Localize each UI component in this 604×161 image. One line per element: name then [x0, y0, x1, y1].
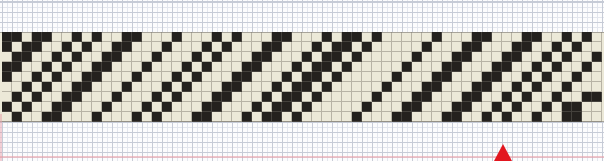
- pattern-cell: [82, 72, 92, 82]
- pattern-cell: [342, 92, 352, 102]
- pattern-cell: [332, 92, 342, 102]
- pattern-cell: [2, 72, 12, 82]
- pattern-cell: [362, 42, 372, 52]
- pattern-cell: [402, 112, 412, 122]
- pattern-cell: [592, 82, 602, 92]
- pattern-cell: [572, 42, 582, 52]
- pattern-cell: [332, 112, 342, 122]
- pattern-cell: [352, 92, 362, 102]
- pattern-cell: [392, 112, 402, 122]
- pattern-cell: [442, 92, 452, 102]
- pattern-cell: [112, 72, 122, 82]
- pattern-cell: [112, 92, 122, 102]
- pattern-cell: [472, 72, 482, 82]
- pattern-cell: [452, 62, 462, 72]
- pattern-cell: [302, 42, 312, 52]
- pattern-cell: [512, 52, 522, 62]
- pattern-cell: [442, 52, 452, 62]
- pattern-cell: [522, 102, 532, 112]
- pattern-cell: [272, 92, 282, 102]
- pattern-cell: [442, 112, 452, 122]
- pattern-cell: [362, 72, 372, 82]
- pattern-sheet: [0, 0, 604, 161]
- pattern-cell: [242, 52, 252, 62]
- pattern-cell: [552, 32, 562, 42]
- pattern-cell: [182, 102, 192, 112]
- pattern-cell: [142, 42, 152, 52]
- pattern-cell: [92, 42, 102, 52]
- pattern-cell: [282, 82, 292, 92]
- pattern-cell: [412, 72, 422, 82]
- pattern-cell: [342, 32, 352, 42]
- pattern-cell: [212, 52, 222, 62]
- pattern-cell: [382, 102, 392, 112]
- pattern-cell: [52, 92, 62, 102]
- pattern-cell: [122, 82, 132, 92]
- pattern-cell: [252, 102, 262, 112]
- pattern-cell: [252, 72, 262, 82]
- pattern-cell: [152, 92, 162, 102]
- pattern-cell: [422, 72, 432, 82]
- pattern-cell: [322, 92, 332, 102]
- pattern-cell: [302, 102, 312, 112]
- pattern-cell: [312, 72, 322, 82]
- pattern-cell: [222, 92, 232, 102]
- pattern-cell: [222, 82, 232, 92]
- pattern-cell: [32, 42, 42, 52]
- pattern-cell: [382, 32, 392, 42]
- pattern-cell: [282, 52, 292, 62]
- pattern-cell: [192, 82, 202, 92]
- pattern-cell: [372, 92, 382, 102]
- pattern-cell: [212, 92, 222, 102]
- pattern-cell: [462, 62, 472, 72]
- pattern-cell: [322, 52, 332, 62]
- pattern-cell: [462, 32, 472, 42]
- pattern-cell: [452, 92, 462, 102]
- pattern-cell: [102, 32, 112, 42]
- pattern-cell: [522, 112, 532, 122]
- pattern-cell: [592, 102, 602, 112]
- pattern-cell: [482, 102, 492, 112]
- pattern-cell: [432, 102, 442, 112]
- pattern-cell: [202, 102, 212, 112]
- pattern-cell: [312, 32, 322, 42]
- pattern-cell: [12, 52, 22, 62]
- pattern-cell: [132, 32, 142, 42]
- pattern-cell: [132, 82, 142, 92]
- pattern-cell: [172, 62, 182, 72]
- pattern-cell: [52, 102, 62, 112]
- pattern-cell: [252, 112, 262, 122]
- pattern-cell: [412, 82, 422, 92]
- pattern-cell: [232, 62, 242, 72]
- pattern-cell: [102, 82, 112, 92]
- pattern-cell: [102, 52, 112, 62]
- pattern-cell: [502, 42, 512, 52]
- pattern-cell: [102, 102, 112, 112]
- pattern-cell: [492, 82, 502, 92]
- pattern-cell: [352, 32, 362, 42]
- pattern-cell: [382, 92, 392, 102]
- pattern-cell: [452, 102, 462, 112]
- pattern-cell: [162, 112, 172, 122]
- pattern-cell: [2, 62, 12, 72]
- pattern-cell: [412, 52, 422, 62]
- pattern-cell: [282, 102, 292, 112]
- pattern-cell: [42, 82, 52, 92]
- pattern-cell: [322, 82, 332, 92]
- pattern-cell: [402, 62, 412, 72]
- pattern-cell: [52, 72, 62, 82]
- pattern-cell: [522, 42, 532, 52]
- pattern-cell: [12, 42, 22, 52]
- pattern-cell: [22, 92, 32, 102]
- pattern-cell: [492, 62, 502, 72]
- pattern-cell: [162, 42, 172, 52]
- pattern-cell: [162, 62, 172, 72]
- pattern-cell: [422, 42, 432, 52]
- pattern-cell: [572, 32, 582, 42]
- pattern-cell: [532, 82, 542, 92]
- pattern-cell: [352, 52, 362, 62]
- pattern-cell: [412, 42, 422, 52]
- pattern-cell: [42, 72, 52, 82]
- pattern-cell: [572, 62, 582, 72]
- pattern-cell: [322, 32, 332, 42]
- pattern-cell: [62, 62, 72, 72]
- pattern-cell: [202, 72, 212, 82]
- pattern-cell: [22, 62, 32, 72]
- pattern-cell: [502, 112, 512, 122]
- pattern-cell: [172, 102, 182, 112]
- pattern-cell: [252, 82, 262, 92]
- pattern-cell: [142, 72, 152, 82]
- pattern-cell: [462, 102, 472, 112]
- pattern-cell: [172, 42, 182, 52]
- pattern-cell: [152, 82, 162, 92]
- pattern-cell: [192, 32, 202, 42]
- pattern-cell: [422, 102, 432, 112]
- pattern-cell: [472, 92, 482, 102]
- pattern-cell: [42, 32, 52, 42]
- pattern-cell: [152, 72, 162, 82]
- pattern-cell: [22, 32, 32, 42]
- pattern-cell: [122, 52, 132, 62]
- pattern-cell: [522, 92, 532, 102]
- pattern-cell: [322, 112, 332, 122]
- pattern-cell: [552, 112, 562, 122]
- pattern-cell: [372, 102, 382, 112]
- pattern-cell: [262, 42, 272, 52]
- pattern-cell: [482, 62, 492, 72]
- pattern-cell: [312, 112, 322, 122]
- pattern-cell: [412, 32, 422, 42]
- pattern-cell: [362, 62, 372, 72]
- pattern-cell: [572, 52, 582, 62]
- pattern-cell: [312, 42, 322, 52]
- pattern-cell: [492, 92, 502, 102]
- pattern-cell: [242, 42, 252, 52]
- pattern-cell: [202, 52, 212, 62]
- pattern-cell: [462, 52, 472, 62]
- pattern-cell: [52, 112, 62, 122]
- pattern-cell: [42, 112, 52, 122]
- pattern-cell: [252, 92, 262, 102]
- pattern-cell: [442, 82, 452, 92]
- pattern-cell: [402, 42, 412, 52]
- pattern-cell: [402, 52, 412, 62]
- pattern-cell: [402, 92, 412, 102]
- pattern-cell: [32, 102, 42, 112]
- pattern-cell: [162, 102, 172, 112]
- pattern-cell: [242, 62, 252, 72]
- pattern-cell: [532, 32, 542, 42]
- pattern-cell: [342, 62, 352, 72]
- pattern-cell: [592, 32, 602, 42]
- pattern-cell: [132, 92, 142, 102]
- pattern-cell: [2, 42, 12, 52]
- pattern-cell: [202, 42, 212, 52]
- pattern-cell: [132, 52, 142, 62]
- pattern-cell: [362, 112, 372, 122]
- pattern-cell: [302, 52, 312, 62]
- pattern-cell: [82, 92, 92, 102]
- pattern-cell: [362, 52, 372, 62]
- pattern-cell: [192, 92, 202, 102]
- pattern-cell: [22, 42, 32, 52]
- pattern-cell: [272, 82, 282, 92]
- scan-artifact-bottom-line: [0, 156, 604, 158]
- pattern-cell: [182, 82, 192, 92]
- pattern-cell: [422, 82, 432, 92]
- pattern-cell: [322, 62, 332, 72]
- pattern-cell: [262, 82, 272, 92]
- pattern-cell: [382, 112, 392, 122]
- pattern-cell: [442, 32, 452, 42]
- pattern-cell: [32, 82, 42, 92]
- pattern-cell: [432, 72, 442, 82]
- pattern-cell: [262, 102, 272, 112]
- pattern-cell: [552, 72, 562, 82]
- pattern-cell: [562, 82, 572, 92]
- pattern-cell: [272, 52, 282, 62]
- pattern-cell: [272, 112, 282, 122]
- pattern-cell: [492, 112, 502, 122]
- pattern-cell: [302, 92, 312, 102]
- pattern-cell: [32, 52, 42, 62]
- pattern-cell: [232, 112, 242, 122]
- pattern-cell: [582, 52, 592, 62]
- pattern-cell: [432, 82, 442, 92]
- pattern-cell: [122, 102, 132, 112]
- pattern-cell: [562, 72, 572, 82]
- pattern-cell: [32, 62, 42, 72]
- pattern-cell: [182, 42, 192, 52]
- pattern-cell: [82, 82, 92, 92]
- pattern-cell: [432, 62, 442, 72]
- pattern-cell: [322, 102, 332, 112]
- pattern-cell: [2, 52, 12, 62]
- pattern-cell: [242, 92, 252, 102]
- pattern-cell: [182, 72, 192, 82]
- pattern-cell: [462, 72, 472, 82]
- pattern-cell: [292, 82, 302, 92]
- pattern-cell: [592, 72, 602, 82]
- pattern-cell: [192, 42, 202, 52]
- pattern-cell: [532, 42, 542, 52]
- pattern-cell: [102, 42, 112, 52]
- pattern-cell: [372, 112, 382, 122]
- pattern-cell: [462, 82, 472, 92]
- pattern-cell: [542, 102, 552, 112]
- pattern-cell: [412, 92, 422, 102]
- pattern-cell: [372, 42, 382, 52]
- pattern-cell: [252, 62, 262, 72]
- pattern-cell: [202, 62, 212, 72]
- pattern-cell: [32, 92, 42, 102]
- pattern-cell: [452, 32, 462, 42]
- pattern-cell: [522, 62, 532, 72]
- pattern-cell: [222, 42, 232, 52]
- pattern-cell: [2, 32, 12, 42]
- pattern-cell: [222, 62, 232, 72]
- pattern-cell: [122, 32, 132, 42]
- pattern-cell: [92, 102, 102, 112]
- pattern-cell: [312, 52, 322, 62]
- pattern-cell: [82, 112, 92, 122]
- pattern-cell: [102, 112, 112, 122]
- pattern-cell: [172, 92, 182, 102]
- pattern-cell: [332, 82, 342, 92]
- pattern-cell: [332, 72, 342, 82]
- pattern-cell: [132, 42, 142, 52]
- pattern-cell: [72, 52, 82, 62]
- pattern-cell: [122, 62, 132, 72]
- pattern-cell: [422, 92, 432, 102]
- pattern-cell: [472, 32, 482, 42]
- pattern-cell: [352, 112, 362, 122]
- pattern-cell: [232, 82, 242, 92]
- pattern-cell: [262, 92, 272, 102]
- pattern-cell: [292, 42, 302, 52]
- pattern-cell: [152, 52, 162, 62]
- pattern-cell: [512, 72, 522, 82]
- pattern-cell: [2, 92, 12, 102]
- pattern-cell: [472, 102, 482, 112]
- pattern-cell: [562, 102, 572, 112]
- pattern-cell: [332, 42, 342, 52]
- pattern-cell: [582, 112, 592, 122]
- pattern-cell: [122, 112, 132, 122]
- pattern-cell: [142, 52, 152, 62]
- scan-artifact-left-edge: [0, 114, 2, 161]
- pattern-cell: [462, 42, 472, 52]
- pattern-cell: [52, 32, 62, 42]
- pattern-cell: [362, 32, 372, 42]
- pattern-cell: [452, 82, 462, 92]
- pattern-cell: [592, 62, 602, 72]
- pattern-cell: [312, 62, 322, 72]
- pattern-cell: [472, 42, 482, 52]
- pattern-cell: [32, 32, 42, 42]
- pattern-cell: [52, 82, 62, 92]
- pattern-cell: [32, 72, 42, 82]
- pattern-cell: [112, 112, 122, 122]
- pattern-cell: [282, 112, 292, 122]
- pattern-cell: [242, 82, 252, 92]
- pattern-cell: [502, 82, 512, 92]
- pattern-cell: [212, 42, 222, 52]
- pattern-cell: [552, 102, 562, 112]
- pattern-cell: [252, 32, 262, 42]
- pattern-cell: [482, 112, 492, 122]
- pattern-cell: [42, 52, 52, 62]
- pattern-cell: [402, 82, 412, 92]
- pattern-cell: [222, 102, 232, 112]
- pattern-cell: [22, 112, 32, 122]
- pattern-cell: [502, 62, 512, 72]
- pattern-cell: [402, 32, 412, 42]
- pattern-cell: [532, 52, 542, 62]
- pattern-cell: [222, 52, 232, 62]
- pattern-cell: [342, 112, 352, 122]
- pattern-cell: [582, 42, 592, 52]
- position-marker-triangle-icon: [494, 144, 512, 161]
- pattern-cell: [542, 72, 552, 82]
- pattern-cell: [62, 52, 72, 62]
- pattern-cell: [202, 32, 212, 42]
- pattern-cell: [492, 52, 502, 62]
- pattern-cell: [482, 82, 492, 92]
- pattern-cell: [62, 82, 72, 92]
- pattern-cell: [282, 92, 292, 102]
- pattern-cell: [12, 112, 22, 122]
- pattern-cell: [472, 112, 482, 122]
- pattern-cell: [372, 82, 382, 92]
- pattern-cell: [382, 62, 392, 72]
- pattern-cell: [492, 72, 502, 82]
- pattern-cell: [412, 112, 422, 122]
- pattern-cell: [72, 82, 82, 92]
- pattern-cell: [532, 72, 542, 82]
- pattern-cell: [302, 112, 312, 122]
- pattern-cell: [172, 82, 182, 92]
- pattern-cell: [12, 72, 22, 82]
- pattern-cell: [182, 92, 192, 102]
- pattern-cell: [382, 72, 392, 82]
- pattern-cell: [292, 92, 302, 102]
- pattern-cell: [12, 92, 22, 102]
- pattern-cell: [212, 32, 222, 42]
- pattern-cell: [112, 42, 122, 52]
- pattern-cell: [282, 32, 292, 42]
- pattern-cell: [562, 92, 572, 102]
- pattern-cell: [502, 102, 512, 112]
- pattern-cell: [492, 102, 502, 112]
- pattern-cell: [142, 82, 152, 92]
- pattern-cell: [222, 112, 232, 122]
- pattern-cell: [242, 112, 252, 122]
- pattern-cell: [322, 72, 332, 82]
- pattern-cell: [262, 62, 272, 72]
- pattern-cell: [382, 82, 392, 92]
- pattern-cell: [82, 102, 92, 112]
- pattern-cell: [242, 72, 252, 82]
- pattern-cell: [212, 72, 222, 82]
- pattern-cell: [262, 32, 272, 42]
- pattern-cell: [62, 42, 72, 52]
